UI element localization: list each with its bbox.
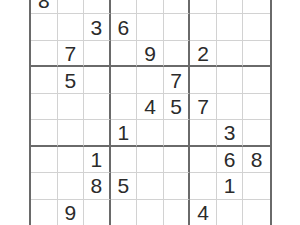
cell-r1c6[interactable] — [164, 0, 191, 14]
cell-r7c8[interactable]: 6 — [217, 147, 244, 173]
cell-r3c7[interactable]: 2 — [190, 41, 217, 67]
cell-r1c3[interactable] — [84, 0, 111, 14]
sudoku-screen: 836792574571316885194 — [0, 0, 300, 225]
cell-r2c6[interactable] — [164, 14, 191, 40]
cell-r8c4[interactable]: 5 — [111, 173, 138, 199]
cell-r3c1[interactable] — [31, 41, 58, 67]
cell-r2c1[interactable] — [31, 14, 58, 40]
cell-r6c3[interactable] — [84, 120, 111, 146]
cell-r4c3[interactable] — [84, 67, 111, 93]
cell-r6c1[interactable] — [31, 120, 58, 146]
cell-r9c4[interactable] — [111, 200, 138, 225]
cell-r3c6[interactable] — [164, 41, 191, 67]
cell-r8c1[interactable] — [31, 173, 58, 199]
cell-r9c9[interactable] — [243, 200, 270, 225]
cell-r4c1[interactable] — [31, 67, 58, 93]
cell-r6c4[interactable]: 1 — [111, 120, 138, 146]
cell-r6c6[interactable] — [164, 120, 191, 146]
cell-r6c2[interactable] — [58, 120, 85, 146]
cell-r3c8[interactable] — [217, 41, 244, 67]
cell-r1c9[interactable] — [243, 0, 270, 14]
cell-r4c5[interactable] — [137, 67, 164, 93]
cell-r3c4[interactable] — [111, 41, 138, 67]
cell-r5c3[interactable] — [84, 94, 111, 120]
cell-r7c3[interactable]: 1 — [84, 147, 111, 173]
cell-r6c9[interactable] — [243, 120, 270, 146]
cell-r5c9[interactable] — [243, 94, 270, 120]
cell-r7c2[interactable] — [58, 147, 85, 173]
cell-r9c6[interactable] — [164, 200, 191, 225]
cell-r4c2[interactable]: 5 — [58, 67, 85, 93]
cell-r9c1[interactable] — [31, 200, 58, 225]
cell-r8c3[interactable]: 8 — [84, 173, 111, 199]
cell-r5c5[interactable]: 4 — [137, 94, 164, 120]
cell-r7c9[interactable]: 8 — [243, 147, 270, 173]
cell-r5c2[interactable] — [58, 94, 85, 120]
cell-r2c8[interactable] — [217, 14, 244, 40]
cell-r8c8[interactable]: 1 — [217, 173, 244, 199]
cell-r7c5[interactable] — [137, 147, 164, 173]
cell-r7c7[interactable] — [190, 147, 217, 173]
cell-r2c9[interactable] — [243, 14, 270, 40]
cell-r1c4[interactable] — [111, 0, 138, 14]
cell-r5c8[interactable] — [217, 94, 244, 120]
cell-r3c5[interactable]: 9 — [137, 41, 164, 67]
cell-r8c7[interactable] — [190, 173, 217, 199]
cell-r3c9[interactable] — [243, 41, 270, 67]
cell-r1c7[interactable] — [190, 0, 217, 14]
cell-r3c2[interactable]: 7 — [58, 41, 85, 67]
cell-r2c5[interactable] — [137, 14, 164, 40]
cell-r4c7[interactable] — [190, 67, 217, 93]
cell-r2c3[interactable]: 3 — [84, 14, 111, 40]
sudoku-board: 836792574571316885194 — [29, 0, 272, 225]
cell-r4c9[interactable] — [243, 67, 270, 93]
cell-r7c4[interactable] — [111, 147, 138, 173]
cell-r2c4[interactable]: 6 — [111, 14, 138, 40]
cell-r8c6[interactable] — [164, 173, 191, 199]
cell-r4c8[interactable] — [217, 67, 244, 93]
cell-r4c4[interactable] — [111, 67, 138, 93]
cell-r6c7[interactable] — [190, 120, 217, 146]
cell-r1c1[interactable]: 8 — [31, 0, 58, 14]
cell-r3c3[interactable] — [84, 41, 111, 67]
cell-r5c4[interactable] — [111, 94, 138, 120]
cell-r6c8[interactable]: 3 — [217, 120, 244, 146]
cell-r7c1[interactable] — [31, 147, 58, 173]
cell-r4c6[interactable]: 7 — [164, 67, 191, 93]
cell-r8c9[interactable] — [243, 173, 270, 199]
cell-r7c6[interactable] — [164, 147, 191, 173]
cell-r9c5[interactable] — [137, 200, 164, 225]
cell-r9c8[interactable] — [217, 200, 244, 225]
cell-r5c1[interactable] — [31, 94, 58, 120]
cell-r5c6[interactable]: 5 — [164, 94, 191, 120]
cell-r1c5[interactable] — [137, 0, 164, 14]
cell-r9c7[interactable]: 4 — [190, 200, 217, 225]
cell-r2c7[interactable] — [190, 14, 217, 40]
cell-r9c2[interactable]: 9 — [58, 200, 85, 225]
cell-r1c2[interactable] — [58, 0, 85, 14]
cell-r8c2[interactable] — [58, 173, 85, 199]
cell-r1c8[interactable] — [217, 0, 244, 14]
cell-r6c5[interactable] — [137, 120, 164, 146]
cell-r9c3[interactable] — [84, 200, 111, 225]
cell-r8c5[interactable] — [137, 173, 164, 199]
cell-r2c2[interactable] — [58, 14, 85, 40]
cell-r5c7[interactable]: 7 — [190, 94, 217, 120]
